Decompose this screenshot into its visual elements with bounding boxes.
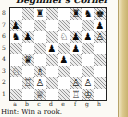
square-g7 xyxy=(82,20,94,32)
file-label-f: f xyxy=(69,100,81,107)
square-c3-piece-B: ♗ xyxy=(34,66,46,78)
square-g8-piece-n: ♞ xyxy=(82,8,94,20)
rank-label-5: 5 xyxy=(0,42,8,54)
square-b7 xyxy=(22,20,34,32)
white-piece-glyph: ♙ xyxy=(84,77,93,88)
black-piece-glyph: ♟ xyxy=(12,20,21,31)
square-a8 xyxy=(10,8,22,20)
rank-label-4: 4 xyxy=(0,53,8,65)
black-piece-glyph: ♞ xyxy=(12,31,21,42)
square-a5 xyxy=(10,43,22,55)
file-label-d: d xyxy=(45,100,57,107)
white-piece-glyph: ♗ xyxy=(36,66,45,77)
square-c6 xyxy=(34,31,46,43)
square-h7-piece-p: ♟ xyxy=(94,20,106,32)
black-piece-glyph: ♟ xyxy=(96,20,105,31)
square-e7 xyxy=(58,20,70,32)
square-a3-piece-N: ♘ xyxy=(10,66,22,78)
square-g5 xyxy=(82,43,94,55)
square-h4 xyxy=(94,54,106,66)
board: ♜♜♞♚♟♟♞♟♘♟♟♙♟♟♛♟♘♗♖♙♙♙♕♖♔ xyxy=(9,7,107,101)
white-piece-glyph: ♕ xyxy=(36,89,45,100)
square-g4 xyxy=(82,54,94,66)
square-d8 xyxy=(46,8,58,20)
rank-label-3: 3 xyxy=(0,65,8,77)
square-e2 xyxy=(58,77,70,89)
page-title-text: Beginner's Corner xyxy=(6,0,118,5)
rank-labels: 87654321 xyxy=(0,7,8,99)
white-piece-glyph: ♖ xyxy=(72,89,81,100)
square-a7-piece-p: ♟ xyxy=(10,20,22,32)
file-labels: abcdefgh xyxy=(9,100,105,107)
square-a4 xyxy=(10,54,22,66)
white-piece-glyph: ♘ xyxy=(12,66,21,77)
square-b8 xyxy=(22,8,34,20)
square-d7 xyxy=(46,20,58,32)
book-page: Beginner's Corner 87654321 ♜♜♞♚♟♟♞♟♘♟♟♙♟… xyxy=(0,0,128,117)
file-label-c: c xyxy=(33,100,45,107)
white-piece-glyph: ♙ xyxy=(96,31,105,42)
square-h1 xyxy=(94,89,106,101)
white-piece-glyph: ♘ xyxy=(60,31,69,42)
square-b6-piece-p: ♟ xyxy=(22,31,34,43)
square-b2-piece-R: ♖ xyxy=(22,77,34,89)
file-label-e: e xyxy=(57,100,69,107)
rank-label-2: 2 xyxy=(0,76,8,88)
black-piece-glyph: ♜ xyxy=(36,8,45,19)
square-f6-piece-p: ♟ xyxy=(70,31,82,43)
rank-label-8: 8 xyxy=(0,7,8,19)
square-h3 xyxy=(94,66,106,78)
square-a1 xyxy=(10,89,22,101)
square-d4 xyxy=(46,54,58,66)
file-label-h: h xyxy=(93,100,105,107)
square-h5 xyxy=(94,43,106,55)
square-e6-piece-N: ♘ xyxy=(58,31,70,43)
black-piece-glyph: ♞ xyxy=(84,8,93,19)
black-piece-glyph: ♟ xyxy=(48,43,57,54)
square-c8-piece-r: ♜ xyxy=(34,8,46,20)
hint-text: Hint: Win a rook. xyxy=(1,108,119,116)
square-e4-piece-p: ♟ xyxy=(58,54,70,66)
square-g1-piece-K: ♔ xyxy=(82,89,94,101)
white-piece-glyph: ♖ xyxy=(24,77,33,88)
page-edge xyxy=(118,0,128,117)
square-c1-piece-Q: ♕ xyxy=(34,89,46,101)
white-piece-glyph: ♔ xyxy=(84,89,93,100)
square-c5 xyxy=(34,43,46,55)
white-piece-glyph: ♙ xyxy=(72,77,81,88)
square-f8-piece-r: ♜ xyxy=(70,8,82,20)
square-d6 xyxy=(46,31,58,43)
square-f7 xyxy=(70,20,82,32)
square-g3 xyxy=(82,66,94,78)
square-b1 xyxy=(22,89,34,101)
square-d2 xyxy=(46,77,58,89)
black-piece-glyph: ♟ xyxy=(60,54,69,65)
white-piece-glyph: ♙ xyxy=(36,77,45,88)
file-label-a: a xyxy=(9,100,21,107)
black-piece-glyph: ♜ xyxy=(72,8,81,19)
square-b5 xyxy=(22,43,34,55)
square-g6-piece-p: ♟ xyxy=(82,31,94,43)
square-f2-piece-P: ♙ xyxy=(70,77,82,89)
black-piece-glyph: ♟ xyxy=(24,31,33,42)
square-e1 xyxy=(58,89,70,101)
square-f3 xyxy=(70,66,82,78)
square-c4 xyxy=(34,54,46,66)
rank-label-7: 7 xyxy=(0,19,8,31)
square-c2-piece-P: ♙ xyxy=(34,77,46,89)
square-h8-piece-k: ♚ xyxy=(94,8,106,20)
page-title: Beginner's Corner xyxy=(6,0,118,6)
square-h2 xyxy=(94,77,106,89)
rank-label-6: 6 xyxy=(0,30,8,42)
rank-label-1: 1 xyxy=(0,88,8,100)
square-f5-piece-p: ♟ xyxy=(70,43,82,55)
black-piece-glyph: ♚ xyxy=(96,8,105,19)
square-b4-piece-q: ♛ xyxy=(22,54,34,66)
file-label-b: b xyxy=(21,100,33,107)
black-piece-glyph: ♟ xyxy=(84,31,93,42)
square-c7 xyxy=(34,20,46,32)
square-a6-piece-n: ♞ xyxy=(10,31,22,43)
black-piece-glyph: ♟ xyxy=(72,43,81,54)
square-e8 xyxy=(58,8,70,20)
square-f1-piece-R: ♖ xyxy=(70,89,82,101)
square-h6-piece-P: ♙ xyxy=(94,31,106,43)
square-e3 xyxy=(58,66,70,78)
square-a2 xyxy=(10,77,22,89)
square-d1 xyxy=(46,89,58,101)
file-label-g: g xyxy=(81,100,93,107)
square-g2-piece-P: ♙ xyxy=(82,77,94,89)
square-d3 xyxy=(46,66,58,78)
square-e5 xyxy=(58,43,70,55)
square-d5-piece-p: ♟ xyxy=(46,43,58,55)
black-piece-glyph: ♟ xyxy=(72,31,81,42)
black-piece-glyph: ♛ xyxy=(24,54,33,65)
square-f4 xyxy=(70,54,82,66)
square-b3 xyxy=(22,66,34,78)
